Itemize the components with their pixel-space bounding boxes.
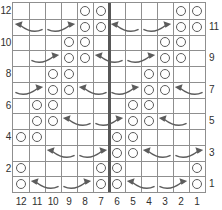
yarn-over-icon <box>176 6 186 16</box>
yarn-over-icon <box>176 37 186 47</box>
stitch-number-label: 2 <box>173 195 189 208</box>
yarn-over-icon <box>80 53 90 63</box>
row-label-right: 5 <box>209 115 222 126</box>
left-arrow-icon <box>77 82 109 98</box>
stitch-number-label: 11 <box>29 195 45 208</box>
stitch-number-label: 7 <box>93 195 109 208</box>
yarn-over-icon <box>112 148 122 158</box>
yarn-over-icon <box>32 132 42 142</box>
yarn-over-icon <box>192 6 202 16</box>
row-label-left: 10 <box>0 37 11 48</box>
right-arrow-icon <box>141 19 173 35</box>
left-arrow-icon <box>173 82 205 98</box>
yarn-over-icon <box>64 53 74 63</box>
yarn-over-icon <box>144 100 154 110</box>
yarn-over-icon <box>48 69 58 79</box>
yarn-over-icon <box>144 85 154 95</box>
yarn-over-icon <box>64 69 74 79</box>
right-arrow-icon <box>13 82 45 98</box>
right-arrow-icon <box>77 145 109 161</box>
yarn-over-icon <box>96 163 106 173</box>
yarn-over-icon <box>96 179 106 189</box>
yarn-over-icon <box>176 53 186 63</box>
yarn-over-icon <box>16 132 26 142</box>
left-arrow-icon <box>157 113 189 129</box>
stitch-number-label: 12 <box>13 195 29 208</box>
yarn-over-icon <box>48 100 58 110</box>
yarn-over-icon <box>96 22 106 32</box>
stitch-number-label: 1 <box>189 195 205 208</box>
yarn-over-icon <box>192 163 202 173</box>
yarn-over-icon <box>176 22 186 32</box>
yarn-over-icon <box>80 37 90 47</box>
left-arrow-icon <box>93 50 125 66</box>
yarn-over-icon <box>112 163 122 173</box>
left-arrow-icon <box>125 176 157 192</box>
row-label-left: 4 <box>0 131 11 142</box>
stitch-number-label: 3 <box>157 195 173 208</box>
yarn-over-icon <box>128 132 138 142</box>
yarn-over-icon <box>80 6 90 16</box>
yarn-over-icon <box>160 69 170 79</box>
yarn-over-icon <box>64 85 74 95</box>
yarn-over-icon <box>192 22 202 32</box>
yarn-over-icon <box>128 116 138 126</box>
stitch-number-label: 6 <box>109 195 125 208</box>
yarn-over-icon <box>160 37 170 47</box>
left-arrow-icon <box>61 113 93 129</box>
row-label-left: 12 <box>0 5 11 16</box>
left-arrow-icon <box>45 145 77 161</box>
yarn-over-icon <box>32 100 42 110</box>
yarn-over-icon <box>16 179 26 189</box>
row-label-left: 2 <box>0 163 11 174</box>
right-arrow-icon <box>61 176 93 192</box>
stitch-number-label: 4 <box>141 195 157 208</box>
yarn-over-icon <box>128 100 138 110</box>
yarn-over-icon <box>80 22 90 32</box>
right-arrow-icon <box>29 50 61 66</box>
row-label-right: 11 <box>209 21 222 32</box>
yarn-over-icon <box>144 69 154 79</box>
left-arrow-icon <box>109 19 141 35</box>
right-arrow-icon <box>173 145 205 161</box>
stitch-number-label: 10 <box>45 195 61 208</box>
yarn-over-icon <box>96 6 106 16</box>
right-arrow-icon <box>93 113 125 129</box>
row-label-right: 3 <box>209 147 222 158</box>
yarn-over-icon <box>48 116 58 126</box>
yarn-over-icon <box>112 179 122 189</box>
yarn-over-icon <box>32 116 42 126</box>
left-arrow-icon <box>141 145 173 161</box>
right-arrow-icon <box>109 82 141 98</box>
yarn-over-icon <box>192 179 202 189</box>
stitch-number-label: 5 <box>125 195 141 208</box>
yarn-over-icon <box>128 148 138 158</box>
yarn-over-icon <box>64 37 74 47</box>
stitch-number-label: 9 <box>61 195 77 208</box>
yarn-over-icon <box>112 132 122 142</box>
right-arrow-icon <box>45 19 77 35</box>
yarn-over-icon <box>160 85 170 95</box>
row-label-right: 7 <box>209 84 222 95</box>
row-label-left: 6 <box>0 100 11 111</box>
row-label-right: 9 <box>209 52 222 63</box>
row-label-right: 1 <box>209 178 222 189</box>
right-arrow-icon <box>125 50 157 66</box>
left-arrow-icon <box>13 19 45 35</box>
yarn-over-icon <box>160 53 170 63</box>
yarn-over-icon <box>144 116 154 126</box>
left-arrow-icon <box>29 176 61 192</box>
yarn-over-icon <box>16 163 26 173</box>
knitting-chart-board <box>12 2 206 193</box>
stitch-number-label: 8 <box>77 195 93 208</box>
right-arrow-icon <box>157 176 189 192</box>
yarn-over-icon <box>48 85 58 95</box>
row-label-left: 8 <box>0 68 11 79</box>
